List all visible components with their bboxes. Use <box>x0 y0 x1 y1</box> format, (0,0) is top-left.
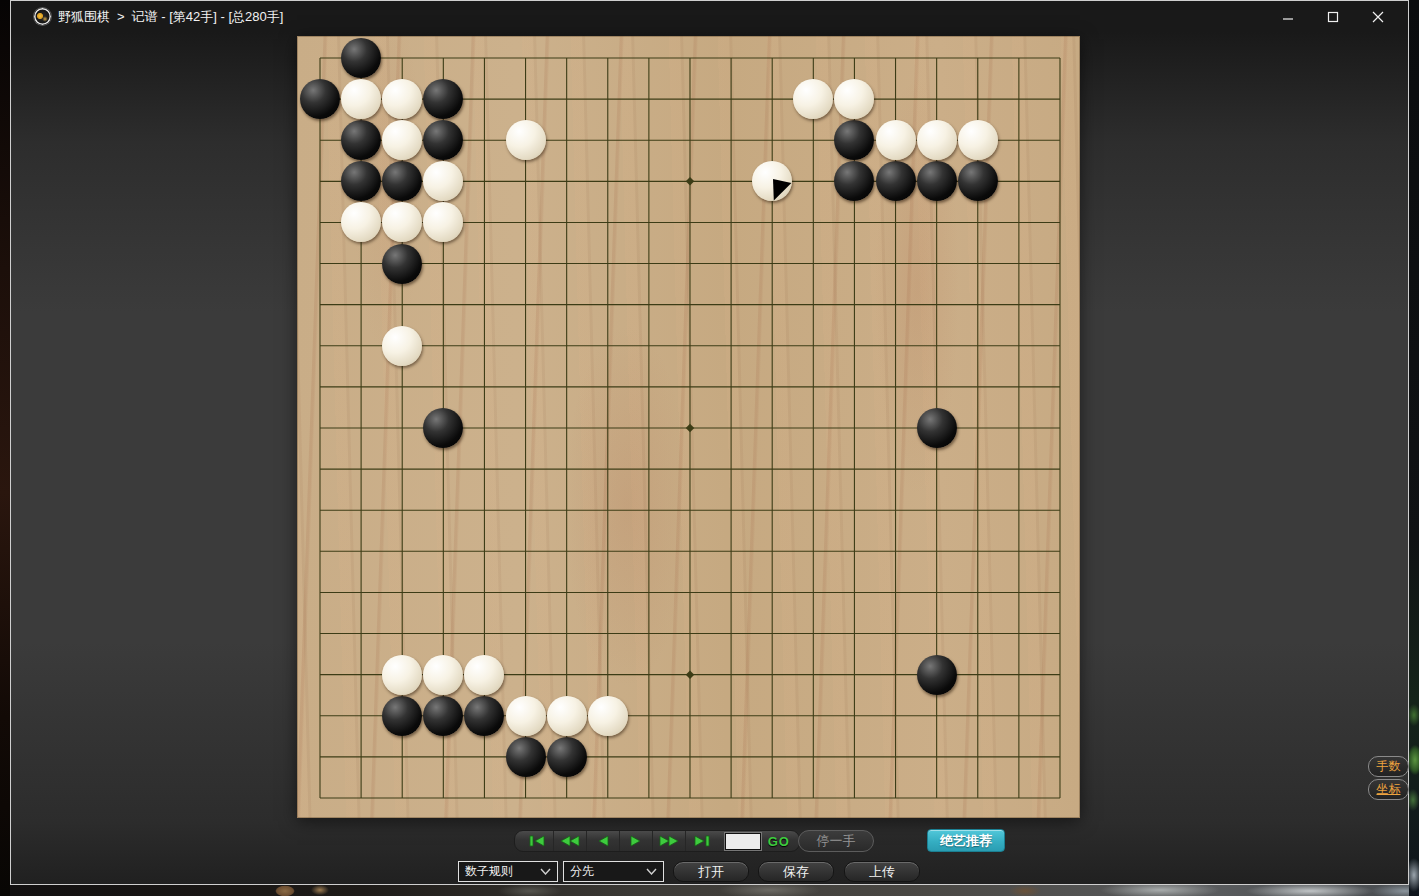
close-button[interactable] <box>1355 1 1400 32</box>
black-stone <box>506 737 546 777</box>
open-button[interactable]: 打开 <box>673 861 749 882</box>
first-move-button[interactable] <box>521 831 554 851</box>
first-move-icon <box>528 835 546 847</box>
black-stone <box>341 38 381 78</box>
app-name: 野狐围棋 <box>58 8 110 26</box>
next-move-icon <box>630 835 642 847</box>
desktop-background-right <box>1409 0 1419 896</box>
white-stone <box>506 120 546 160</box>
last-move-icon <box>693 835 711 847</box>
rules-select[interactable]: 数子规则 <box>458 861 558 882</box>
document-title: 记谱 - [第42手] - [总280手] <box>132 8 284 26</box>
maximize-icon <box>1327 11 1339 23</box>
black-stone <box>464 696 504 736</box>
white-stone <box>547 696 587 736</box>
white-stone <box>382 326 422 366</box>
desktop-background-bottom <box>10 885 1419 896</box>
prev-move-button[interactable] <box>587 831 620 851</box>
white-stone <box>958 120 998 160</box>
close-icon <box>1372 11 1384 23</box>
white-stone <box>341 79 381 119</box>
coordinates-toggle[interactable]: 坐标 <box>1368 779 1409 800</box>
white-stone <box>506 696 546 736</box>
handicap-select-value: 分先 <box>570 863 594 880</box>
client-area: 手数 坐标 <box>11 32 1408 884</box>
white-stone <box>876 120 916 160</box>
save-button[interactable]: 保存 <box>758 861 834 882</box>
rules-select-value: 数子规则 <box>465 863 513 880</box>
black-stone <box>382 244 422 284</box>
last-move-button[interactable] <box>686 831 719 851</box>
chevron-down-icon <box>540 868 551 875</box>
fast-back-button[interactable] <box>554 831 587 851</box>
fast-back-icon <box>560 835 580 847</box>
white-stone <box>917 120 957 160</box>
prev-move-icon <box>597 835 609 847</box>
black-stone <box>547 737 587 777</box>
black-stone <box>382 696 422 736</box>
black-stone <box>876 161 916 201</box>
go-board[interactable] <box>297 36 1080 818</box>
maximize-button[interactable] <box>1310 1 1355 32</box>
minimize-icon <box>1282 11 1294 23</box>
chevron-down-icon <box>646 868 657 875</box>
star-point <box>686 670 694 678</box>
black-stone <box>917 161 957 201</box>
move-numbers-toggle[interactable]: 手数 <box>1368 756 1409 777</box>
star-point <box>686 424 694 432</box>
white-stone <box>464 655 504 695</box>
white-stone <box>588 696 628 736</box>
window-controls <box>1265 1 1400 32</box>
app-logo-icon <box>34 8 51 25</box>
black-stone <box>423 696 463 736</box>
handicap-select[interactable]: 分先 <box>563 861 664 882</box>
pass-button[interactable]: 停一手 <box>798 830 874 852</box>
ai-recommend-button[interactable]: 绝艺推荐 <box>927 829 1005 852</box>
move-navigation-bar: GO <box>514 830 800 852</box>
upload-button[interactable]: 上传 <box>844 861 920 882</box>
titlebar: 野狐围棋 > 记谱 - [第42手] - [总280手] <box>11 1 1408 32</box>
star-point <box>686 177 694 185</box>
window-title: 野狐围棋 > 记谱 - [第42手] - [总280手] <box>58 1 283 32</box>
black-stone <box>917 655 957 695</box>
fast-forward-button[interactable] <box>653 831 686 851</box>
black-stone <box>958 161 998 201</box>
desktop-background-left <box>0 0 10 896</box>
go-button[interactable]: GO <box>765 834 793 849</box>
screen: 野狐围棋 > 记谱 - [第42手] - [总280手] 手数 坐标 <box>0 0 1419 896</box>
black-stone <box>300 79 340 119</box>
black-stone <box>917 408 957 448</box>
white-stone <box>382 655 422 695</box>
next-move-button[interactable] <box>620 831 653 851</box>
breadcrumb-separator: > <box>117 9 125 24</box>
minimize-button[interactable] <box>1265 1 1310 32</box>
app-window: 野狐围棋 > 记谱 - [第42手] - [总280手] 手数 坐标 <box>10 0 1409 885</box>
white-stone <box>423 655 463 695</box>
fast-forward-icon <box>659 835 679 847</box>
move-number-input[interactable] <box>725 833 761 850</box>
